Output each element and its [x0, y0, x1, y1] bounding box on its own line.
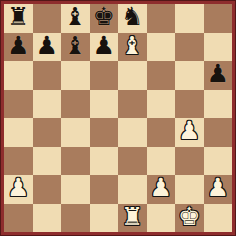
square-a8[interactable]: ♜	[4, 4, 33, 33]
square-e8[interactable]: ♞	[118, 4, 147, 33]
square-a2[interactable]: ♟	[4, 175, 33, 204]
square-g5[interactable]	[175, 90, 204, 119]
square-a1[interactable]	[4, 204, 33, 233]
square-c7[interactable]: ♝	[61, 33, 90, 62]
chess-board: ♜♝♚♞♟♟♝♟♝♟♟♟♟♟♜♚	[4, 4, 232, 232]
square-e6[interactable]	[118, 61, 147, 90]
square-d6[interactable]	[90, 61, 119, 90]
square-c3[interactable]	[61, 147, 90, 176]
square-g8[interactable]	[175, 4, 204, 33]
square-f6[interactable]	[147, 61, 176, 90]
square-e1[interactable]: ♜	[118, 204, 147, 233]
square-f3[interactable]	[147, 147, 176, 176]
white-pawn[interactable]: ♟	[7, 174, 29, 202]
black-king[interactable]: ♚	[93, 3, 115, 31]
black-pawn[interactable]: ♟	[7, 32, 29, 60]
square-g6[interactable]	[175, 61, 204, 90]
square-c1[interactable]	[61, 204, 90, 233]
square-f8[interactable]	[147, 4, 176, 33]
square-e3[interactable]	[118, 147, 147, 176]
square-h2[interactable]: ♟	[204, 175, 233, 204]
square-b7[interactable]: ♟	[33, 33, 62, 62]
square-h8[interactable]	[204, 4, 233, 33]
black-knight[interactable]: ♞	[121, 3, 143, 31]
square-f7[interactable]	[147, 33, 176, 62]
white-pawn[interactable]: ♟	[207, 174, 229, 202]
white-pawn[interactable]: ♟	[178, 117, 200, 145]
square-a6[interactable]	[4, 61, 33, 90]
square-d1[interactable]	[90, 204, 119, 233]
square-d8[interactable]: ♚	[90, 4, 119, 33]
square-g7[interactable]	[175, 33, 204, 62]
square-h3[interactable]	[204, 147, 233, 176]
square-g2[interactable]	[175, 175, 204, 204]
square-h5[interactable]	[204, 90, 233, 119]
black-pawn[interactable]: ♟	[93, 32, 115, 60]
square-e2[interactable]	[118, 175, 147, 204]
square-h4[interactable]	[204, 118, 233, 147]
square-f2[interactable]: ♟	[147, 175, 176, 204]
square-b5[interactable]	[33, 90, 62, 119]
square-a3[interactable]	[4, 147, 33, 176]
square-c6[interactable]	[61, 61, 90, 90]
black-rook[interactable]: ♜	[7, 3, 29, 31]
square-c8[interactable]: ♝	[61, 4, 90, 33]
square-b2[interactable]	[33, 175, 62, 204]
square-d2[interactable]	[90, 175, 119, 204]
square-c2[interactable]	[61, 175, 90, 204]
square-g1[interactable]: ♚	[175, 204, 204, 233]
square-d4[interactable]	[90, 118, 119, 147]
square-f1[interactable]	[147, 204, 176, 233]
square-e7[interactable]: ♝	[118, 33, 147, 62]
square-a5[interactable]	[4, 90, 33, 119]
square-e4[interactable]	[118, 118, 147, 147]
white-king[interactable]: ♚	[178, 203, 200, 231]
square-a7[interactable]: ♟	[4, 33, 33, 62]
square-h1[interactable]	[204, 204, 233, 233]
white-rook[interactable]: ♜	[121, 203, 143, 231]
black-pawn[interactable]: ♟	[36, 32, 58, 60]
square-d5[interactable]	[90, 90, 119, 119]
square-d7[interactable]: ♟	[90, 33, 119, 62]
square-b8[interactable]	[33, 4, 62, 33]
white-pawn[interactable]: ♟	[150, 174, 172, 202]
square-c5[interactable]	[61, 90, 90, 119]
square-h7[interactable]	[204, 33, 233, 62]
square-c4[interactable]	[61, 118, 90, 147]
square-b1[interactable]	[33, 204, 62, 233]
square-d3[interactable]	[90, 147, 119, 176]
black-pawn[interactable]: ♟	[207, 60, 229, 88]
board-frame: ♜♝♚♞♟♟♝♟♝♟♟♟♟♟♜♚	[0, 0, 236, 236]
black-bishop[interactable]: ♝	[64, 3, 86, 31]
square-f5[interactable]	[147, 90, 176, 119]
black-bishop[interactable]: ♝	[64, 32, 86, 60]
white-bishop[interactable]: ♝	[121, 32, 143, 60]
square-h6[interactable]: ♟	[204, 61, 233, 90]
square-e5[interactable]	[118, 90, 147, 119]
square-b6[interactable]	[33, 61, 62, 90]
square-b4[interactable]	[33, 118, 62, 147]
square-f4[interactable]	[147, 118, 176, 147]
square-a4[interactable]	[4, 118, 33, 147]
square-b3[interactable]	[33, 147, 62, 176]
square-g4[interactable]: ♟	[175, 118, 204, 147]
square-g3[interactable]	[175, 147, 204, 176]
